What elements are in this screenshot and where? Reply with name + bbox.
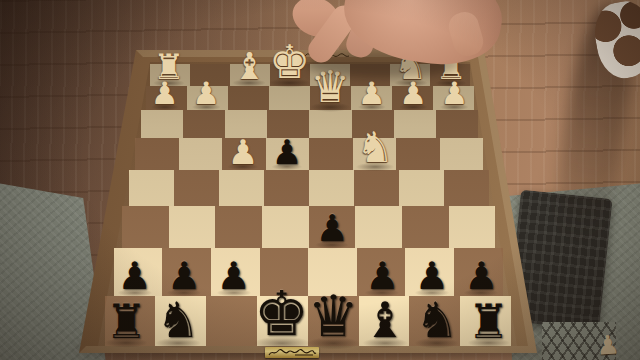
- piece-black-pawn-g7[interactable]: ♟: [167, 257, 201, 295]
- piece-black-rook-a8[interactable]: ♜: [468, 298, 510, 345]
- piece-white-knight-c4[interactable]: ♞: [356, 127, 394, 169]
- piece-black-pawn-h7[interactable]: ♟: [118, 257, 152, 295]
- piece-black-pawn-e4[interactable]: ♟: [272, 135, 302, 169]
- piece-white-pawn-f4[interactable]: ♟: [228, 135, 258, 169]
- chess-photo-scene: ♜♝♚♞♜♟♟♛♟♟♟♟♟♞♟♟♟♟♟♟♟♜♞♚♛♝♞♜ ♟: [0, 0, 640, 360]
- piece-black-pawn-f7[interactable]: ♟: [217, 257, 251, 295]
- piece-black-pawn-b7[interactable]: ♟: [415, 257, 449, 295]
- piece-black-pawn-d6[interactable]: ♟: [316, 210, 349, 247]
- piece-black-knight-b8[interactable]: ♞: [415, 296, 459, 345]
- piece-white-queen-d2[interactable]: ♛: [311, 65, 350, 109]
- piece-white-pawn-g2[interactable]: ♟: [192, 78, 220, 109]
- piece-black-queen-d8[interactable]: ♛: [308, 288, 359, 345]
- piece-white-pawn-b2[interactable]: ♟: [399, 78, 427, 109]
- piece-black-bishop-c8[interactable]: ♝: [363, 296, 407, 345]
- piece-black-knight-g8[interactable]: ♞: [156, 296, 200, 345]
- piece-black-pawn-a7[interactable]: ♟: [464, 257, 498, 295]
- piece-white-bishop-f1[interactable]: ♝: [233, 48, 266, 85]
- signature-plate: [265, 347, 319, 358]
- pieces-layer: ♜♝♚♞♜♟♟♛♟♟♟♟♟♞♟♟♟♟♟♟♟♜♞♚♛♝♞♜: [0, 0, 640, 360]
- piece-black-pawn-c7[interactable]: ♟: [365, 257, 399, 295]
- piece-black-king-e8[interactable]: ♚: [254, 283, 310, 345]
- stray-pawn-on-carpet[interactable]: ♟: [595, 331, 620, 359]
- piece-white-pawn-h2[interactable]: ♟: [151, 78, 179, 109]
- piece-black-rook-h8[interactable]: ♜: [105, 298, 147, 345]
- piece-white-pawn-a2[interactable]: ♟: [441, 78, 469, 109]
- piece-white-king-e1[interactable]: ♚: [269, 39, 310, 85]
- piece-white-pawn-c2[interactable]: ♟: [358, 78, 386, 109]
